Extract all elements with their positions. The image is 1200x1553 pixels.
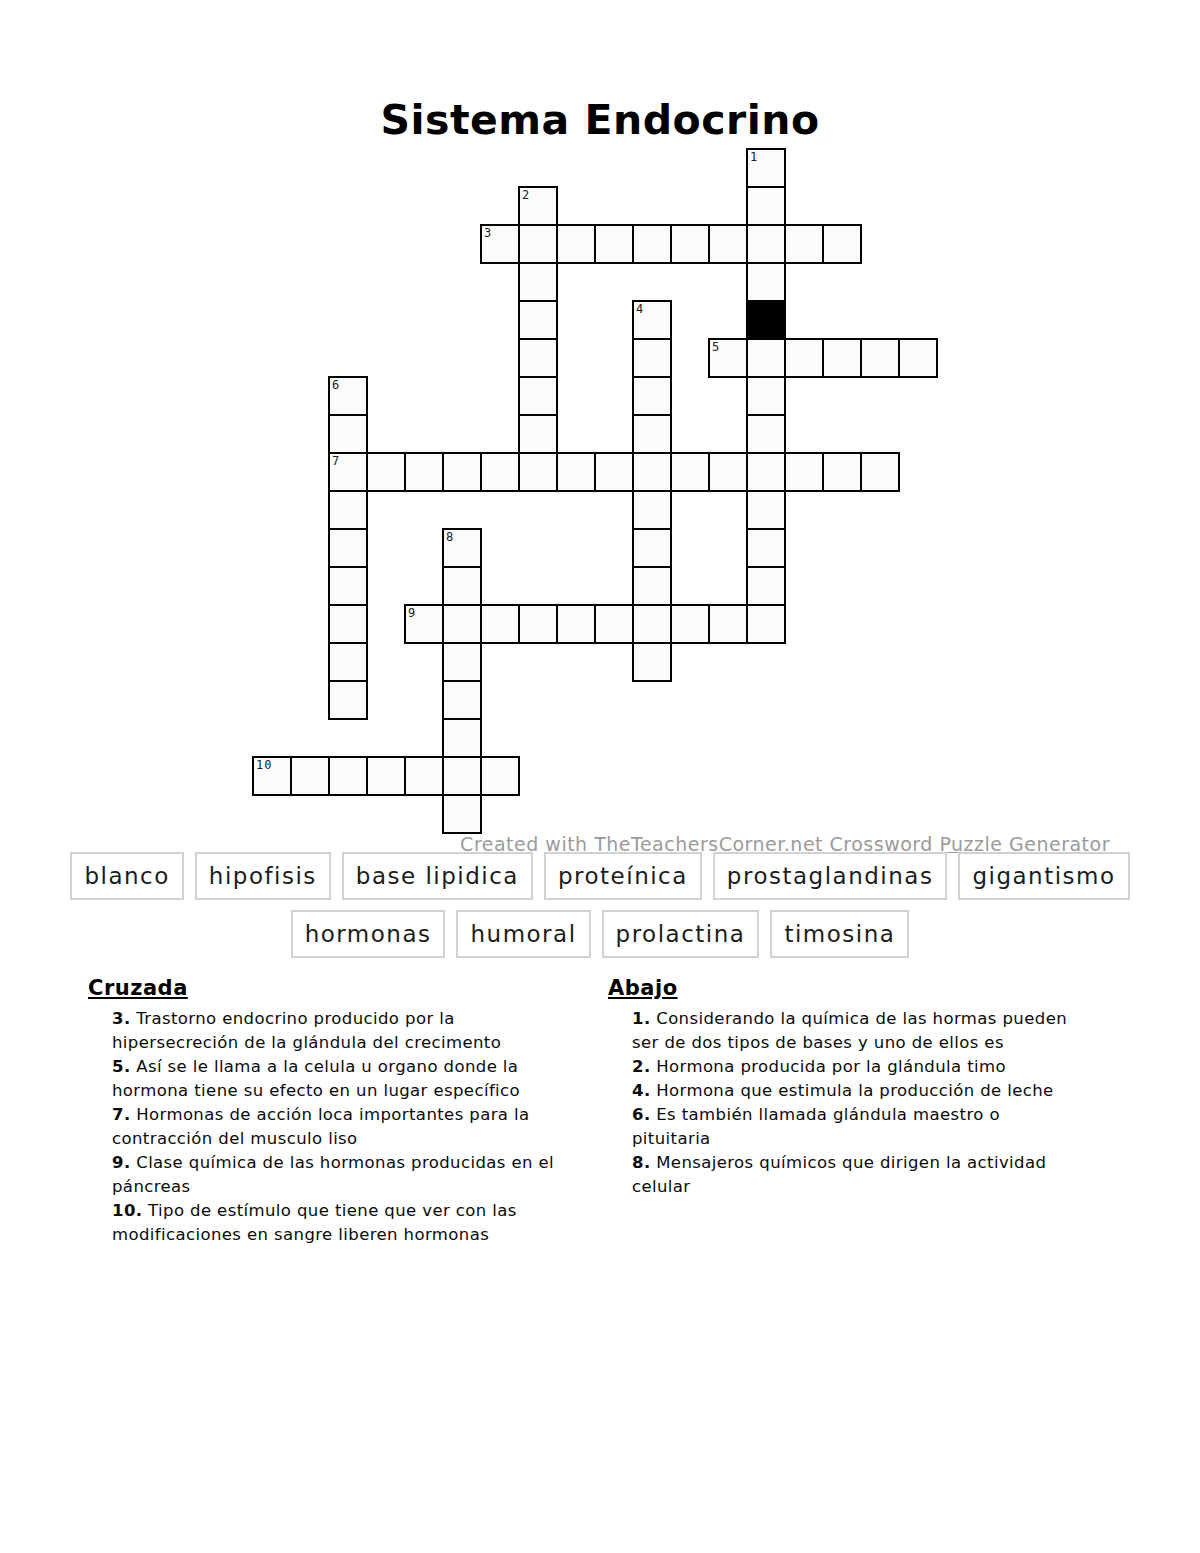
grid-cell-r14c5[interactable] xyxy=(442,680,482,720)
grid-cell-r8c3[interactable] xyxy=(366,452,406,492)
word-bank-item: prostaglandinas xyxy=(713,852,948,900)
grid-cell-r10c2[interactable] xyxy=(328,528,368,568)
word-bank-item: gigantismo xyxy=(958,852,1129,900)
clue-6: 6. Es también llamada glándula maestro o… xyxy=(632,1103,1077,1151)
grid-cell-r5c16[interactable] xyxy=(860,338,900,378)
grid-cell-r12c8[interactable] xyxy=(556,604,596,644)
clue-4: 4. Hormona que estimula la producción de… xyxy=(632,1079,1077,1103)
grid-cell-r4c7[interactable] xyxy=(518,300,558,340)
grid-cell-r9c2[interactable] xyxy=(328,490,368,530)
grid-cell-r8c6[interactable] xyxy=(480,452,520,492)
grid-cell-r8c2[interactable]: 7 xyxy=(328,452,368,492)
grid-cell-r16c3[interactable] xyxy=(366,756,406,796)
grid-cell-r3c13[interactable] xyxy=(746,262,786,302)
clue-9: 9. Clase química de las hormonas produci… xyxy=(112,1151,582,1199)
black-cell xyxy=(746,300,786,340)
cell-number-9: 9 xyxy=(408,606,416,620)
word-bank-item: blanco xyxy=(70,852,183,900)
grid-cell-r2c11[interactable] xyxy=(670,224,710,264)
clue-3: 3. Trastorno endocrino producido por la … xyxy=(112,1007,582,1055)
grid-cell-r12c13[interactable] xyxy=(746,604,786,644)
grid-cell-r2c10[interactable] xyxy=(632,224,672,264)
puzzle-title: Sistema Endocrino xyxy=(0,97,1200,143)
clue-8: 8. Mensajeros químicos que dirigen la ac… xyxy=(632,1151,1077,1199)
grid-cell-r2c13[interactable] xyxy=(746,224,786,264)
grid-cell-r16c1[interactable] xyxy=(290,756,330,796)
across-clues: Cruzada 3. Trastorno endocrino producido… xyxy=(88,974,608,1247)
grid-cell-r12c5[interactable] xyxy=(442,604,482,644)
cell-number-7: 7 xyxy=(332,454,340,468)
cell-number-6: 6 xyxy=(332,378,340,392)
grid-cell-r1c7[interactable]: 2 xyxy=(518,186,558,226)
grid-cell-r9c10[interactable] xyxy=(632,490,672,530)
grid-cell-r2c15[interactable] xyxy=(822,224,862,264)
grid-cell-r11c13[interactable] xyxy=(746,566,786,606)
clue-5: 5. Así se le llama a la celula u organo … xyxy=(112,1055,582,1103)
grid-cell-r2c14[interactable] xyxy=(784,224,824,264)
grid-cell-r2c8[interactable] xyxy=(556,224,596,264)
word-bank-item: hipofisis xyxy=(195,852,331,900)
grid-cell-r8c4[interactable] xyxy=(404,452,444,492)
grid-cell-r12c11[interactable] xyxy=(670,604,710,644)
word-bank: blancohipofisisbase lipidicaproteínicapr… xyxy=(0,852,1200,968)
grid-cell-r12c6[interactable] xyxy=(480,604,520,644)
grid-cell-r13c10[interactable] xyxy=(632,642,672,682)
grid-cell-r5c17[interactable] xyxy=(898,338,938,378)
grid-cell-r16c2[interactable] xyxy=(328,756,368,796)
grid-cell-r17c5[interactable] xyxy=(442,794,482,834)
grid-cell-r1c13[interactable] xyxy=(746,186,786,226)
word-bank-item: base lipidica xyxy=(342,852,533,900)
crossword-grid: 12345678910 xyxy=(253,149,937,833)
grid-cell-r12c9[interactable] xyxy=(594,604,634,644)
grid-cell-r10c5[interactable]: 8 xyxy=(442,528,482,568)
grid-cell-r2c6[interactable]: 3 xyxy=(480,224,520,264)
grid-cell-r14c2[interactable] xyxy=(328,680,368,720)
grid-cell-r11c5[interactable] xyxy=(442,566,482,606)
grid-cell-r8c15[interactable] xyxy=(822,452,862,492)
word-bank-row-2: hormonashumoralprolactinatimosina xyxy=(0,910,1200,958)
grid-cell-r16c4[interactable] xyxy=(404,756,444,796)
word-bank-item: proteínica xyxy=(544,852,702,900)
grid-cell-r6c10[interactable] xyxy=(632,376,672,416)
word-bank-item: hormonas xyxy=(291,910,446,958)
grid-cell-r12c4[interactable]: 9 xyxy=(404,604,444,644)
cell-number-4: 4 xyxy=(636,302,644,316)
grid-cell-r8c10[interactable] xyxy=(632,452,672,492)
grid-cell-r5c14[interactable] xyxy=(784,338,824,378)
grid-cell-r10c10[interactable] xyxy=(632,528,672,568)
grid-cell-r8c16[interactable] xyxy=(860,452,900,492)
clue-7: 7. Hormonas de acción loca importantes p… xyxy=(112,1103,582,1151)
grid-cell-r7c2[interactable] xyxy=(328,414,368,454)
grid-cell-r9c13[interactable] xyxy=(746,490,786,530)
cell-number-5: 5 xyxy=(712,340,720,354)
grid-cell-r16c0[interactable]: 10 xyxy=(252,756,292,796)
down-heading: Abajo xyxy=(608,974,1128,1002)
clue-1: 1. Considerando la química de las hormas… xyxy=(632,1007,1077,1055)
cell-number-2: 2 xyxy=(522,188,530,202)
clue-10: 10. Tipo de estímulo que tiene que ver c… xyxy=(112,1199,582,1247)
grid-cell-r8c5[interactable] xyxy=(442,452,482,492)
crossword-page: Sistema Endocrino 12345678910 Created wi… xyxy=(0,0,1200,1553)
cell-number-8: 8 xyxy=(446,530,454,544)
clue-2: 2. Hormona producida por la glándula tim… xyxy=(632,1055,1077,1079)
word-bank-item: timosina xyxy=(770,910,909,958)
grid-cell-r13c5[interactable] xyxy=(442,642,482,682)
across-heading: Cruzada xyxy=(88,974,608,1002)
grid-cell-r10c13[interactable] xyxy=(746,528,786,568)
grid-cell-r8c12[interactable] xyxy=(708,452,748,492)
grid-cell-r12c12[interactable] xyxy=(708,604,748,644)
grid-cell-r5c12[interactable]: 5 xyxy=(708,338,748,378)
down-clues: Abajo 1. Considerando la química de las … xyxy=(608,974,1128,1247)
grid-cell-r13c2[interactable] xyxy=(328,642,368,682)
grid-cell-r8c7[interactable] xyxy=(518,452,558,492)
grid-cell-r6c2[interactable]: 6 xyxy=(328,376,368,416)
word-bank-row-1: blancohipofisisbase lipidicaproteínicapr… xyxy=(0,852,1200,900)
grid-cell-r7c7[interactable] xyxy=(518,414,558,454)
grid-cell-r11c2[interactable] xyxy=(328,566,368,606)
grid-cell-r5c10[interactable] xyxy=(632,338,672,378)
grid-cell-r8c13[interactable] xyxy=(746,452,786,492)
grid-cell-r5c13[interactable] xyxy=(746,338,786,378)
grid-cell-r16c6[interactable] xyxy=(480,756,520,796)
grid-cell-r2c9[interactable] xyxy=(594,224,634,264)
cell-number-10: 10 xyxy=(256,758,272,772)
grid-cell-r7c13[interactable] xyxy=(746,414,786,454)
grid-cell-r8c11[interactable] xyxy=(670,452,710,492)
grid-cell-r8c8[interactable] xyxy=(556,452,596,492)
grid-cell-r3c7[interactable] xyxy=(518,262,558,302)
grid-cell-r6c13[interactable] xyxy=(746,376,786,416)
grid-cell-r4c10[interactable]: 4 xyxy=(632,300,672,340)
grid-cell-r6c7[interactable] xyxy=(518,376,558,416)
cell-number-3: 3 xyxy=(484,226,492,240)
word-bank-item: prolactina xyxy=(602,910,760,958)
grid-cell-r5c7[interactable] xyxy=(518,338,558,378)
grid-cell-r12c2[interactable] xyxy=(328,604,368,644)
grid-cell-r2c12[interactable] xyxy=(708,224,748,264)
grid-cell-r5c15[interactable] xyxy=(822,338,862,378)
grid-cell-r12c10[interactable] xyxy=(632,604,672,644)
clues-section: Cruzada 3. Trastorno endocrino producido… xyxy=(88,974,1128,1247)
grid-cell-r12c7[interactable] xyxy=(518,604,558,644)
grid-cell-r0c13[interactable]: 1 xyxy=(746,148,786,188)
grid-cell-r7c10[interactable] xyxy=(632,414,672,454)
cell-number-1: 1 xyxy=(750,150,758,164)
grid-cell-r15c5[interactable] xyxy=(442,718,482,758)
grid-cell-r16c5[interactable] xyxy=(442,756,482,796)
grid-cell-r2c7[interactable] xyxy=(518,224,558,264)
grid-cell-r8c14[interactable] xyxy=(784,452,824,492)
grid-cell-r11c10[interactable] xyxy=(632,566,672,606)
word-bank-item: humoral xyxy=(456,910,590,958)
grid-cell-r8c9[interactable] xyxy=(594,452,634,492)
